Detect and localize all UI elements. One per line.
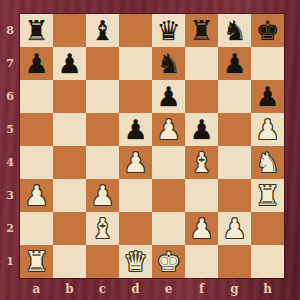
black-pawn-g7[interactable]: ♟ [218,47,251,80]
file-label-b: b [53,278,86,300]
square-d7[interactable] [119,47,152,80]
square-d4[interactable]: ♟ [119,146,152,179]
square-g4[interactable] [218,146,251,179]
black-pawn-d5[interactable]: ♟ [119,113,152,146]
square-f6[interactable] [185,80,218,113]
black-rook-a8[interactable]: ♜ [20,14,53,47]
square-a1[interactable]: ♜ [20,245,53,278]
black-rook-f8[interactable]: ♜ [185,14,218,47]
square-b4[interactable] [53,146,86,179]
square-e4[interactable] [152,146,185,179]
file-label-c: c [86,278,119,300]
square-c5[interactable] [86,113,119,146]
square-d6[interactable] [119,80,152,113]
white-pawn-f2[interactable]: ♟ [185,212,218,245]
square-e8[interactable]: ♛ [152,14,185,47]
black-queen-e8[interactable]: ♛ [152,14,185,47]
square-h7[interactable] [251,47,284,80]
file-label-g: g [218,278,251,300]
black-pawn-b7[interactable]: ♟ [53,47,86,80]
white-rook-a1[interactable]: ♜ [20,245,53,278]
square-g8[interactable]: ♞ [218,14,251,47]
square-a5[interactable] [20,113,53,146]
white-bishop-f4[interactable]: ♝ [185,146,218,179]
square-a3[interactable]: ♟ [20,179,53,212]
file-label-d: d [119,278,152,300]
white-king-e1[interactable]: ♚ [152,245,185,278]
square-e3[interactable] [152,179,185,212]
file-label-f: f [185,278,218,300]
black-pawn-a7[interactable]: ♟ [20,47,53,80]
square-b3[interactable] [53,179,86,212]
square-b5[interactable] [53,113,86,146]
square-a6[interactable] [20,80,53,113]
file-labels: abcdefgh [20,278,284,300]
square-f7[interactable] [185,47,218,80]
square-d1[interactable]: ♛ [119,245,152,278]
square-b7[interactable]: ♟ [53,47,86,80]
white-bishop-c2[interactable]: ♝ [86,212,119,245]
rank-label-2: 2 [0,212,20,245]
file-label-h: h [251,278,284,300]
square-c2[interactable]: ♝ [86,212,119,245]
square-d2[interactable] [119,212,152,245]
square-f2[interactable]: ♟ [185,212,218,245]
square-h5[interactable]: ♟ [251,113,284,146]
square-d3[interactable] [119,179,152,212]
square-g2[interactable]: ♟ [218,212,251,245]
black-king-h8[interactable]: ♚ [251,14,284,47]
square-c3[interactable]: ♟ [86,179,119,212]
square-f8[interactable]: ♜ [185,14,218,47]
square-h6[interactable]: ♟ [251,80,284,113]
square-a7[interactable]: ♟ [20,47,53,80]
square-c1[interactable] [86,245,119,278]
rank-label-6: 6 [0,80,20,113]
square-g3[interactable] [218,179,251,212]
rank-labels: 87654321 [0,14,20,278]
chess-app: 87654321 abcdefgh ♜♝♛♜♞♚♟♟♞♟♟♟♟♟♟♟♟♝♞♟♟♜… [0,0,300,300]
white-queen-d1[interactable]: ♛ [119,245,152,278]
rank-label-5: 5 [0,113,20,146]
rank-label-7: 7 [0,47,20,80]
square-a2[interactable] [20,212,53,245]
white-pawn-h5[interactable]: ♟ [251,113,284,146]
black-pawn-e6[interactable]: ♟ [152,80,185,113]
square-h3[interactable]: ♜ [251,179,284,212]
white-rook-h3[interactable]: ♜ [251,179,284,212]
square-a4[interactable] [20,146,53,179]
square-e7[interactable]: ♞ [152,47,185,80]
square-e2[interactable] [152,212,185,245]
square-e1[interactable]: ♚ [152,245,185,278]
white-pawn-c3[interactable]: ♟ [86,179,119,212]
black-pawn-h6[interactable]: ♟ [251,80,284,113]
square-d8[interactable] [119,14,152,47]
square-h8[interactable]: ♚ [251,14,284,47]
square-f4[interactable]: ♝ [185,146,218,179]
square-g6[interactable] [218,80,251,113]
square-g7[interactable]: ♟ [218,47,251,80]
square-e5[interactable]: ♟ [152,113,185,146]
square-c7[interactable] [86,47,119,80]
file-label-a: a [20,278,53,300]
rank-label-4: 4 [0,146,20,179]
chess-board: ♜♝♛♜♞♚♟♟♞♟♟♟♟♟♟♟♟♝♞♟♟♜♝♟♟♜♛♚ [20,14,284,278]
square-h1[interactable] [251,245,284,278]
square-b1[interactable] [53,245,86,278]
square-c8[interactable]: ♝ [86,14,119,47]
square-f3[interactable] [185,179,218,212]
rank-label-1: 1 [0,245,20,278]
square-d5[interactable]: ♟ [119,113,152,146]
white-pawn-d4[interactable]: ♟ [119,146,152,179]
black-bishop-c8[interactable]: ♝ [86,14,119,47]
white-pawn-g2[interactable]: ♟ [218,212,251,245]
square-b8[interactable] [53,14,86,47]
white-knight-h4[interactable]: ♞ [251,146,284,179]
rank-label-8: 8 [0,14,20,47]
square-c6[interactable] [86,80,119,113]
file-label-e: e [152,278,185,300]
square-b2[interactable] [53,212,86,245]
white-pawn-e5[interactable]: ♟ [152,113,185,146]
square-b6[interactable] [53,80,86,113]
rank-label-3: 3 [0,179,20,212]
square-e6[interactable]: ♟ [152,80,185,113]
square-f5[interactable]: ♟ [185,113,218,146]
black-pawn-f5[interactable]: ♟ [185,113,218,146]
square-h2[interactable] [251,212,284,245]
square-h4[interactable]: ♞ [251,146,284,179]
square-g5[interactable] [218,113,251,146]
white-pawn-a3[interactable]: ♟ [20,179,53,212]
square-f1[interactable] [185,245,218,278]
black-knight-g8[interactable]: ♞ [218,14,251,47]
square-g1[interactable] [218,245,251,278]
square-a8[interactable]: ♜ [20,14,53,47]
black-knight-e7[interactable]: ♞ [152,47,185,80]
square-c4[interactable] [86,146,119,179]
